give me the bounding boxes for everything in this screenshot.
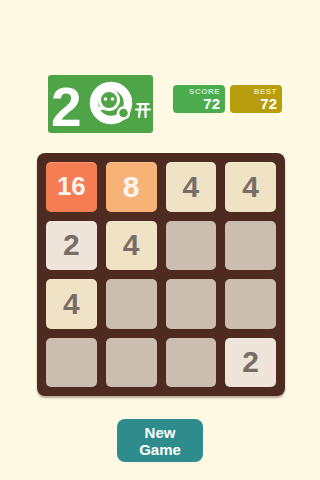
empty-cell-r3c4 — [225, 279, 276, 329]
svg-text:2: 2 — [51, 76, 82, 133]
tile-4-r3c1: 4 — [46, 279, 97, 329]
brand-logo-20kai-icon: 2 — [48, 75, 153, 133]
empty-cell-r4c3 — [166, 338, 217, 388]
best-box: BEST 72 — [230, 85, 282, 113]
tile-16-r1c1: 16 — [46, 162, 97, 212]
tile-2-r2c1: 2 — [46, 221, 97, 271]
empty-cell-r3c2 — [106, 279, 157, 329]
app-screen: 2 SCORE 72 BEST 72 168442442 New Game — [0, 0, 320, 480]
best-value: 72 — [260, 96, 277, 112]
tile-8-r1c2: 8 — [106, 162, 157, 212]
score-box: SCORE 72 — [173, 85, 225, 113]
new-game-button[interactable]: New Game — [117, 419, 203, 462]
empty-cell-r2c4 — [225, 221, 276, 271]
tile-4-r2c2: 4 — [106, 221, 157, 271]
tile-4-r1c3: 4 — [166, 162, 217, 212]
tile-4-r1c4: 4 — [225, 162, 276, 212]
empty-cell-r4c1 — [46, 338, 97, 388]
tile-2-r4c4: 2 — [225, 338, 276, 388]
empty-cell-r4c2 — [106, 338, 157, 388]
game-board[interactable]: 168442442 — [37, 153, 285, 396]
empty-cell-r3c3 — [166, 279, 217, 329]
empty-cell-r2c3 — [166, 221, 217, 271]
score-value: 72 — [203, 96, 220, 112]
